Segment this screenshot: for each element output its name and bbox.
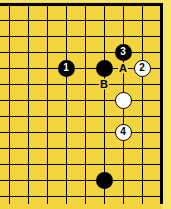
intersection [152, 156, 171, 172]
intersection [133, 76, 152, 92]
intersection [95, 124, 114, 140]
intersection [133, 44, 152, 60]
intersection [114, 108, 133, 124]
intersection [114, 92, 133, 108]
intersection [152, 172, 171, 188]
intersection [57, 92, 76, 108]
intersection [0, 172, 19, 188]
intersection [152, 188, 171, 204]
intersection [0, 44, 19, 60]
intersection [114, 188, 133, 204]
intersection [0, 76, 19, 92]
intersection [38, 140, 57, 156]
intersection [133, 172, 152, 188]
intersection [114, 156, 133, 172]
intersection [0, 124, 19, 140]
intersection [114, 28, 133, 44]
intersection [76, 0, 95, 12]
intersection [95, 0, 114, 12]
intersection: B [95, 76, 114, 92]
intersection [57, 188, 76, 204]
intersection [0, 28, 19, 44]
intersection [152, 108, 171, 124]
intersection [57, 140, 76, 156]
intersection [95, 12, 114, 28]
intersection [0, 140, 19, 156]
stone-black [96, 60, 113, 77]
intersection [57, 124, 76, 140]
intersection [152, 76, 171, 92]
intersection [114, 140, 133, 156]
intersection [38, 108, 57, 124]
intersection [95, 172, 114, 188]
stone-white-2: 2 [134, 60, 151, 77]
intersection [38, 0, 57, 12]
intersection [152, 124, 171, 140]
intersection [19, 44, 38, 60]
intersection [152, 44, 171, 60]
intersection [76, 44, 95, 60]
intersection [152, 140, 171, 156]
intersection [0, 188, 19, 204]
point-label-a: A [118, 63, 128, 74]
intersection [133, 188, 152, 204]
intersection [19, 124, 38, 140]
intersection [57, 172, 76, 188]
intersection [38, 28, 57, 44]
intersection [95, 156, 114, 172]
intersection [19, 0, 38, 12]
intersection [95, 188, 114, 204]
intersection: 2 [133, 60, 152, 76]
intersection [38, 156, 57, 172]
intersection [38, 188, 57, 204]
intersection [133, 92, 152, 108]
intersection [76, 92, 95, 108]
go-diagram: 31A2B4 [0, 0, 171, 209]
intersection [95, 28, 114, 44]
intersection [19, 92, 38, 108]
intersection [0, 92, 19, 108]
intersection [57, 76, 76, 92]
intersection [133, 124, 152, 140]
intersection [76, 12, 95, 28]
intersection [76, 28, 95, 44]
intersection [95, 44, 114, 60]
intersection [38, 76, 57, 92]
intersection: 1 [57, 60, 76, 76]
intersection [57, 108, 76, 124]
intersection [152, 0, 171, 12]
intersection [95, 60, 114, 76]
intersection [38, 12, 57, 28]
intersection [19, 156, 38, 172]
intersection [133, 12, 152, 28]
intersection [76, 124, 95, 140]
intersection [19, 12, 38, 28]
intersection [57, 0, 76, 12]
intersection [152, 60, 171, 76]
stone-black-3: 3 [115, 44, 132, 61]
intersection [76, 140, 95, 156]
intersection [133, 108, 152, 124]
intersection [95, 108, 114, 124]
intersection [57, 44, 76, 60]
intersection [133, 156, 152, 172]
intersection [114, 172, 133, 188]
intersection [19, 60, 38, 76]
board-grid: 31A2B4 [0, 0, 171, 204]
intersection [0, 108, 19, 124]
intersection [19, 172, 38, 188]
intersection: 4 [114, 124, 133, 140]
intersection [133, 140, 152, 156]
intersection [76, 188, 95, 204]
intersection [114, 0, 133, 12]
intersection [133, 0, 152, 12]
intersection [57, 12, 76, 28]
intersection [114, 12, 133, 28]
intersection: 3 [114, 44, 133, 60]
intersection [0, 0, 19, 12]
intersection [38, 92, 57, 108]
intersection [0, 156, 19, 172]
stone-white [115, 92, 132, 109]
intersection [38, 124, 57, 140]
point-label-b: B [99, 79, 109, 90]
intersection [76, 60, 95, 76]
intersection [95, 92, 114, 108]
stone-black [96, 172, 113, 189]
intersection [57, 28, 76, 44]
intersection [19, 188, 38, 204]
intersection [0, 12, 19, 28]
intersection [0, 60, 19, 76]
intersection [76, 156, 95, 172]
intersection [19, 140, 38, 156]
intersection [95, 140, 114, 156]
intersection [152, 28, 171, 44]
stone-white-4: 4 [115, 124, 132, 141]
intersection [19, 108, 38, 124]
intersection [57, 156, 76, 172]
intersection [114, 76, 133, 92]
intersection [19, 76, 38, 92]
intersection [38, 60, 57, 76]
intersection [19, 28, 38, 44]
intersection [38, 44, 57, 60]
intersection: A [114, 60, 133, 76]
intersection [152, 12, 171, 28]
intersection [152, 92, 171, 108]
intersection [38, 172, 57, 188]
intersection [76, 172, 95, 188]
intersection [76, 108, 95, 124]
intersection [133, 28, 152, 44]
intersection [76, 76, 95, 92]
stone-black-1: 1 [58, 60, 75, 77]
